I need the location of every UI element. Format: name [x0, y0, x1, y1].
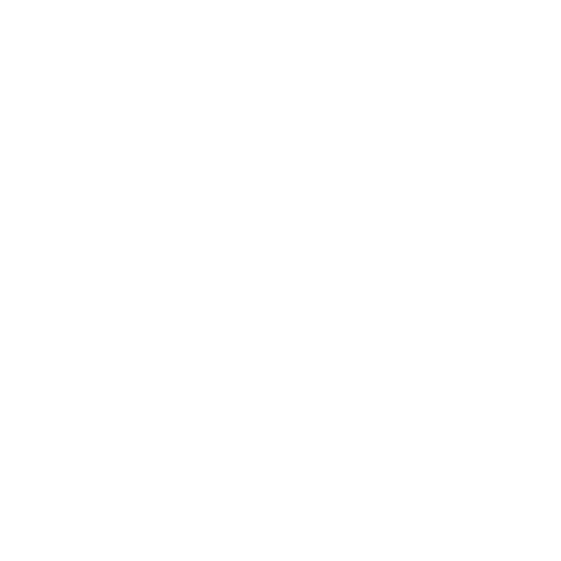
- chess-board: [0, 0, 556, 555]
- resize-handle[interactable]: [537, 537, 553, 553]
- page: [0, 0, 561, 561]
